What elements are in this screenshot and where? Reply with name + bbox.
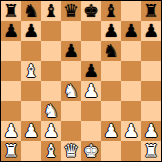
square-g6[interactable] [121, 41, 141, 61]
chess-board: ♜♞♝♛♚♝♜♟♟♟♟♟♟♞♝♟♞♟♞♟♟♟♟♟♟♜♝♛♚♜ [0, 0, 162, 162]
board-grid: ♜♞♝♛♚♝♜♟♟♟♟♟♟♞♝♟♞♟♞♟♟♟♟♟♟♜♝♛♚♜ [1, 1, 161, 161]
square-g2[interactable]: ♟ [121, 121, 141, 141]
square-a1[interactable]: ♜ [1, 141, 21, 161]
square-f2[interactable]: ♟ [101, 121, 121, 141]
square-h2[interactable]: ♟ [141, 121, 161, 141]
square-h1[interactable]: ♜ [141, 141, 161, 161]
square-c8[interactable]: ♝ [41, 1, 61, 21]
piece-br-h8: ♜ [143, 1, 159, 21]
square-e8[interactable]: ♚ [81, 1, 101, 21]
piece-bn-f6: ♞ [103, 41, 119, 61]
square-c5[interactable] [41, 61, 61, 81]
square-c1[interactable]: ♝ [41, 141, 61, 161]
square-f1[interactable] [101, 141, 121, 161]
square-h6[interactable] [141, 41, 161, 61]
square-d8[interactable]: ♛ [61, 1, 81, 21]
square-d3[interactable] [61, 101, 81, 121]
piece-bp-d6: ♟ [63, 41, 79, 61]
square-h8[interactable]: ♜ [141, 1, 161, 21]
square-f6[interactable]: ♞ [101, 41, 121, 61]
square-d1[interactable]: ♛ [61, 141, 81, 161]
piece-wb-c1: ♝ [43, 141, 59, 161]
piece-wb-b5: ♝ [23, 61, 39, 81]
square-e6[interactable] [81, 41, 101, 61]
square-h3[interactable] [141, 101, 161, 121]
square-d5[interactable] [61, 61, 81, 81]
square-a5[interactable] [1, 61, 21, 81]
piece-wn-c3: ♞ [43, 101, 59, 121]
square-c6[interactable] [41, 41, 61, 61]
square-a2[interactable]: ♟ [1, 121, 21, 141]
square-e2[interactable] [81, 121, 101, 141]
square-a3[interactable] [1, 101, 21, 121]
piece-wp-a2: ♟ [3, 121, 19, 141]
piece-wp-c2: ♟ [43, 121, 59, 141]
piece-wk-e1: ♚ [83, 141, 99, 161]
piece-wp-g2: ♟ [123, 121, 139, 141]
square-d7[interactable] [61, 21, 81, 41]
piece-bq-d8: ♛ [63, 1, 79, 21]
square-g7[interactable]: ♟ [121, 21, 141, 41]
square-a7[interactable]: ♟ [1, 21, 21, 41]
piece-wr-h1: ♜ [143, 141, 159, 161]
piece-bp-e5: ♟ [83, 61, 99, 81]
square-c4[interactable] [41, 81, 61, 101]
square-h5[interactable] [141, 61, 161, 81]
piece-wp-f2: ♟ [103, 121, 119, 141]
piece-bp-f7: ♟ [103, 21, 119, 41]
piece-wr-a1: ♜ [3, 141, 19, 161]
piece-bb-f8: ♝ [103, 1, 119, 21]
square-g8[interactable] [121, 1, 141, 21]
square-g1[interactable] [121, 141, 141, 161]
square-g4[interactable] [121, 81, 141, 101]
square-b4[interactable] [21, 81, 41, 101]
piece-wp-e4: ♟ [83, 81, 99, 101]
square-b7[interactable]: ♟ [21, 21, 41, 41]
square-d2[interactable] [61, 121, 81, 141]
piece-br-a8: ♜ [3, 1, 19, 21]
piece-wn-d4: ♞ [63, 81, 79, 101]
square-c2[interactable]: ♟ [41, 121, 61, 141]
square-a6[interactable] [1, 41, 21, 61]
square-b5[interactable]: ♝ [21, 61, 41, 81]
square-d4[interactable]: ♞ [61, 81, 81, 101]
piece-wq-d1: ♛ [63, 141, 79, 161]
square-g5[interactable] [121, 61, 141, 81]
square-b3[interactable] [21, 101, 41, 121]
piece-bn-b8: ♞ [23, 1, 39, 21]
piece-bk-e8: ♚ [83, 1, 99, 21]
piece-bp-b7: ♟ [23, 21, 39, 41]
piece-bp-a7: ♟ [3, 21, 19, 41]
square-e3[interactable] [81, 101, 101, 121]
square-a4[interactable] [1, 81, 21, 101]
square-b1[interactable] [21, 141, 41, 161]
square-h4[interactable] [141, 81, 161, 101]
square-f4[interactable] [101, 81, 121, 101]
square-a8[interactable]: ♜ [1, 1, 21, 21]
square-g3[interactable] [121, 101, 141, 121]
square-h7[interactable]: ♟ [141, 21, 161, 41]
square-f5[interactable] [101, 61, 121, 81]
square-b6[interactable] [21, 41, 41, 61]
square-e7[interactable] [81, 21, 101, 41]
square-f3[interactable] [101, 101, 121, 121]
square-e1[interactable]: ♚ [81, 141, 101, 161]
square-b8[interactable]: ♞ [21, 1, 41, 21]
square-c7[interactable] [41, 21, 61, 41]
piece-wp-h2: ♟ [143, 121, 159, 141]
square-f7[interactable]: ♟ [101, 21, 121, 41]
square-c3[interactable]: ♞ [41, 101, 61, 121]
square-e5[interactable]: ♟ [81, 61, 101, 81]
square-f8[interactable]: ♝ [101, 1, 121, 21]
square-d6[interactable]: ♟ [61, 41, 81, 61]
square-b2[interactable]: ♟ [21, 121, 41, 141]
piece-wp-b2: ♟ [23, 121, 39, 141]
piece-bp-h7: ♟ [143, 21, 159, 41]
square-e4[interactable]: ♟ [81, 81, 101, 101]
piece-bb-c8: ♝ [43, 1, 59, 21]
piece-bp-g7: ♟ [123, 21, 139, 41]
